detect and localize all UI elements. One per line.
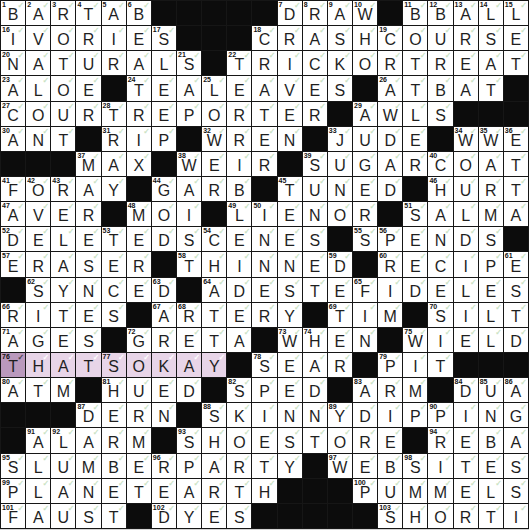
cell-r7-c17[interactable]: ✓R <box>403 152 428 177</box>
cell-r20-c8[interactable]: ✓A <box>177 479 202 504</box>
cell-r18-c11[interactable]: ✓E <box>252 428 277 453</box>
cell-r9-c13[interactable]: ✓N <box>303 202 328 227</box>
cell-r5-c16[interactable]: ✓W <box>378 102 403 127</box>
cell-r4-c12[interactable]: ✓V <box>278 76 303 101</box>
cell-r8-c14[interactable]: ✓N <box>328 177 353 202</box>
cell-r9-c2[interactable]: ✓V <box>26 202 51 227</box>
cell-r12-c16[interactable]: ✓I <box>378 278 403 303</box>
cell-r1-c4[interactable]: 4✓T <box>76 1 101 26</box>
cell-r13-c19[interactable]: ✓I <box>454 303 479 328</box>
cell-r2-c17[interactable]: ✓O <box>403 26 428 51</box>
cell-r5-c3[interactable]: ✓U <box>51 102 76 127</box>
cell-r8-c20[interactable]: ✓R <box>479 177 504 202</box>
cell-r14-c7[interactable]: ✓R <box>152 328 177 353</box>
cell-r11-c19[interactable]: ✓I <box>454 252 479 277</box>
cell-r19-c8[interactable]: ✓P <box>177 454 202 479</box>
cell-r13-c21[interactable]: ✓T <box>504 303 529 328</box>
cell-r9-c18[interactable]: ✓A <box>428 202 453 227</box>
cell-r20-c10[interactable]: ✓T <box>227 479 252 504</box>
cell-r18-c16[interactable]: ✓E <box>378 428 403 453</box>
cell-r12-c6[interactable]: ✓E <box>127 278 152 303</box>
cell-r16-c10[interactable]: 82✓S <box>227 378 252 403</box>
cell-r9-c20[interactable]: ✓M <box>479 202 504 227</box>
cell-r11-c18[interactable]: ✓C <box>428 252 453 277</box>
cell-r6-c16[interactable]: ✓D <box>378 127 403 152</box>
cell-r12-c10[interactable]: ✓D <box>227 278 252 303</box>
cell-r8-c19[interactable]: ✓U <box>454 177 479 202</box>
cell-r1-c14[interactable]: 9✓A <box>328 1 353 26</box>
cell-r13-c9[interactable]: ✓T <box>202 303 227 328</box>
cell-r18-c14[interactable]: ✓O <box>328 428 353 453</box>
cell-r2-c21[interactable]: ✓E <box>504 26 529 51</box>
cell-r13-c2[interactable]: ✓I <box>26 303 51 328</box>
cell-r20-c21[interactable]: ✓S <box>504 479 529 504</box>
cell-r5-c13[interactable]: ✓R <box>303 102 328 127</box>
cell-r12-c12[interactable]: ✓S <box>278 278 303 303</box>
cell-r4-c7[interactable]: ✓E <box>152 76 177 101</box>
cell-r8-c5[interactable]: ✓Y <box>102 177 127 202</box>
cell-r9-c7[interactable]: ✓O <box>152 202 177 227</box>
cell-r9-c12[interactable]: ✓E <box>278 202 303 227</box>
cell-r21-c19[interactable]: ✓R <box>454 504 479 529</box>
cell-r14-c8[interactable]: ✓E <box>177 328 202 353</box>
cell-r2-c7[interactable]: 17✓S <box>152 26 177 51</box>
cell-r11-c6[interactable]: ✓R <box>127 252 152 277</box>
cell-r15-c12[interactable]: ✓E <box>278 353 303 378</box>
cell-r14-c12[interactable]: 73✓W <box>278 328 303 353</box>
cell-r10-c18[interactable]: ✓N <box>428 227 453 252</box>
cell-r4-c8[interactable]: ✓A <box>177 76 202 101</box>
cell-r3-c5[interactable]: ✓R <box>102 51 127 76</box>
cell-r5-c17[interactable]: ✓L <box>403 102 428 127</box>
cell-r8-c18[interactable]: 46✓H <box>428 177 453 202</box>
cell-r16-c15[interactable]: 83✓A <box>353 378 378 403</box>
cell-r15-c8[interactable]: ✓A <box>177 353 202 378</box>
cell-r11-c17[interactable]: ✓E <box>403 252 428 277</box>
cell-r5-c15[interactable]: 29✓A <box>353 102 378 127</box>
cell-r17-c9[interactable]: 88✓S <box>202 403 227 428</box>
cell-r6-c7[interactable]: ✓P <box>152 127 177 152</box>
cell-r6-c12[interactable]: ✓N <box>278 127 303 152</box>
cell-r10-c1[interactable]: 52✓D <box>1 227 26 252</box>
cell-r15-c4[interactable]: ✓T <box>76 353 101 378</box>
cell-r5-c2[interactable]: ✓O <box>26 102 51 127</box>
cell-r21-c2[interactable]: ✓A <box>26 504 51 529</box>
cell-r18-c9[interactable]: ✓H <box>202 428 227 453</box>
cell-r15-c7[interactable]: ✓K <box>152 353 177 378</box>
cell-r13-c3[interactable]: ✓T <box>51 303 76 328</box>
cell-r15-c1[interactable]: 76✓T <box>1 353 26 378</box>
cell-r10-c9[interactable]: 54✓C <box>202 227 227 252</box>
cell-r13-c16[interactable]: ✓M <box>378 303 403 328</box>
cell-r18-c5[interactable]: ✓R <box>102 428 127 453</box>
cell-r17-c20[interactable]: ✓N <box>479 403 504 428</box>
cell-r20-c16[interactable]: ✓U <box>378 479 403 504</box>
cell-r5-c6[interactable]: ✓R <box>127 102 152 127</box>
cell-r4-c1[interactable]: 23✓A <box>1 76 26 101</box>
cell-r2-c2[interactable]: ✓V <box>26 26 51 51</box>
cell-r1-c13[interactable]: 8✓R <box>303 1 328 26</box>
cell-r21-c8[interactable]: ✓Y <box>177 504 202 529</box>
cell-r15-c9[interactable]: ✓Y <box>202 353 227 378</box>
cell-r17-c12[interactable]: ✓N <box>278 403 303 428</box>
cell-r21-c10[interactable]: ✓S <box>227 504 252 529</box>
cell-r20-c19[interactable]: ✓E <box>454 479 479 504</box>
cell-r15-c16[interactable]: 79✓P <box>378 353 403 378</box>
cell-r20-c7[interactable]: ✓E <box>152 479 177 504</box>
cell-r17-c13[interactable]: ✓N <box>303 403 328 428</box>
cell-r21-c17[interactable]: ✓H <box>403 504 428 529</box>
cell-r19-c19[interactable]: ✓T <box>454 454 479 479</box>
cell-r21-c18[interactable]: ✓O <box>428 504 453 529</box>
cell-r11-c9[interactable]: ✓H <box>202 252 227 277</box>
cell-r9-c15[interactable]: ✓R <box>353 202 378 227</box>
cell-r21-c7[interactable]: 102✓D <box>152 504 177 529</box>
cell-r15-c6[interactable]: ✓O <box>127 353 152 378</box>
cell-r18-c15[interactable]: ✓R <box>353 428 378 453</box>
cell-r5-c7[interactable]: ✓E <box>152 102 177 127</box>
cell-r18-c20[interactable]: ✓B <box>479 428 504 453</box>
cell-r16-c11[interactable]: ✓P <box>252 378 277 403</box>
cell-r12-c17[interactable]: ✓D <box>403 278 428 303</box>
cell-r11-c4[interactable]: ✓S <box>76 252 101 277</box>
cell-r7-c5[interactable]: ✓A <box>102 152 127 177</box>
cell-r14-c21[interactable]: ✓D <box>504 328 529 353</box>
cell-r19-c6[interactable]: ✓E <box>127 454 152 479</box>
cell-r3-c10[interactable]: 22✓T <box>227 51 252 76</box>
cell-r5-c5[interactable]: 28✓T <box>102 102 127 127</box>
cell-r16-c17[interactable]: ✓M <box>403 378 428 403</box>
cell-r14-c2[interactable]: ✓G <box>26 328 51 353</box>
cell-r1-c5[interactable]: 5✓A <box>102 1 127 26</box>
cell-r2-c14[interactable]: ✓S <box>328 26 353 51</box>
cell-r3-c7[interactable]: ✓L <box>152 51 177 76</box>
cell-r19-c16[interactable]: ✓B <box>378 454 403 479</box>
cell-r4-c9[interactable]: 25✓L <box>202 76 227 101</box>
cell-r19-c1[interactable]: 95✓S <box>1 454 26 479</box>
cell-r7-c21[interactable]: ✓T <box>504 152 529 177</box>
cell-r2-c1[interactable]: 16✓I <box>1 26 26 51</box>
cell-r14-c18[interactable]: ✓I <box>428 328 453 353</box>
cell-r14-c4[interactable]: ✓S <box>76 328 101 353</box>
cell-r14-c17[interactable]: 75✓W <box>403 328 428 353</box>
cell-r12-c4[interactable]: ✓N <box>76 278 101 303</box>
cell-r11-c2[interactable]: ✓R <box>26 252 51 277</box>
cell-r6-c1[interactable]: 30✓A <box>1 127 26 152</box>
cell-r21-c5[interactable]: ✓T <box>102 504 127 529</box>
cell-r10-c5[interactable]: 53✓T <box>102 227 127 252</box>
cell-r16-c19[interactable]: 84✓D <box>454 378 479 403</box>
cell-r9-c6[interactable]: 48✓M <box>127 202 152 227</box>
cell-r14-c10[interactable]: ✓A <box>227 328 252 353</box>
cell-r17-c21[interactable]: ✓G <box>504 403 529 428</box>
cell-r9-c11[interactable]: 50✓I <box>252 202 277 227</box>
cell-r12-c3[interactable]: ✓Y <box>51 278 76 303</box>
cell-r16-c7[interactable]: ✓E <box>152 378 177 403</box>
cell-r7-c6[interactable]: ✓X <box>127 152 152 177</box>
cell-r12-c7[interactable]: 63✓D <box>152 278 177 303</box>
cell-r20-c1[interactable]: 99✓P <box>1 479 26 504</box>
cell-r2-c20[interactable]: ✓S <box>479 26 504 51</box>
cell-r3-c2[interactable]: ✓A <box>26 51 51 76</box>
cell-r11-c16[interactable]: 60✓R <box>378 252 403 277</box>
cell-r15-c17[interactable]: ✓I <box>403 353 428 378</box>
cell-r10-c7[interactable]: ✓D <box>152 227 177 252</box>
cell-r3-c17[interactable]: ✓T <box>403 51 428 76</box>
cell-r12-c18[interactable]: ✓E <box>428 278 453 303</box>
cell-r4-c11[interactable]: ✓A <box>252 76 277 101</box>
cell-r11-c8[interactable]: 58✓T <box>177 252 202 277</box>
cell-r7-c18[interactable]: 40✓C <box>428 152 453 177</box>
cell-r4-c17[interactable]: ✓T <box>403 76 428 101</box>
cell-r7-c20[interactable]: ✓A <box>479 152 504 177</box>
cell-r5-c9[interactable]: ✓O <box>202 102 227 127</box>
cell-r3-c8[interactable]: 21✓S <box>177 51 202 76</box>
cell-r11-c5[interactable]: ✓E <box>102 252 127 277</box>
cell-r10-c11[interactable]: ✓N <box>252 227 277 252</box>
cell-r10-c16[interactable]: 56✓P <box>378 227 403 252</box>
cell-r9-c21[interactable]: ✓A <box>504 202 529 227</box>
cell-r21-c21[interactable]: ✓I <box>504 504 529 529</box>
cell-r11-c3[interactable]: ✓A <box>51 252 76 277</box>
cell-r11-c21[interactable]: 61✓E <box>504 252 529 277</box>
cell-r17-c14[interactable]: 89✓Y <box>328 403 353 428</box>
cell-r3-c19[interactable]: ✓E <box>454 51 479 76</box>
cell-r18-c6[interactable]: ✓M <box>127 428 152 453</box>
cell-r13-c1[interactable]: 66✓R <box>1 303 26 328</box>
cell-r6-c17[interactable]: ✓E <box>403 127 428 152</box>
cell-r16-c16[interactable]: ✓R <box>378 378 403 403</box>
cell-r5-c8[interactable]: ✓P <box>177 102 202 127</box>
cell-r8-c12[interactable]: 45✓T <box>278 177 303 202</box>
cell-r2-c16[interactable]: 19✓C <box>378 26 403 51</box>
cell-r13-c4[interactable]: ✓E <box>76 303 101 328</box>
cell-r6-c11[interactable]: ✓E <box>252 127 277 152</box>
cell-r2-c4[interactable]: ✓R <box>76 26 101 51</box>
cell-r4-c19[interactable]: ✓A <box>454 76 479 101</box>
cell-r9-c3[interactable]: ✓E <box>51 202 76 227</box>
cell-r15-c18[interactable]: ✓T <box>428 353 453 378</box>
cell-r19-c15[interactable]: ✓E <box>353 454 378 479</box>
cell-r4-c14[interactable]: ✓S <box>328 76 353 101</box>
cell-r13-c14[interactable]: 69✓T <box>328 303 353 328</box>
cell-r18-c3[interactable]: 92✓L <box>51 428 76 453</box>
cell-r21-c9[interactable]: ✓E <box>202 504 227 529</box>
cell-r19-c21[interactable]: ✓S <box>504 454 529 479</box>
cell-r10-c6[interactable]: ✓E <box>127 227 152 252</box>
cell-r9-c10[interactable]: 49✓L <box>227 202 252 227</box>
cell-r12-c20[interactable]: ✓E <box>479 278 504 303</box>
cell-r1-c21[interactable]: 15✓L <box>504 1 529 26</box>
cell-r18-c8[interactable]: 93✓S <box>177 428 202 453</box>
cell-r10-c12[interactable]: ✓E <box>278 227 303 252</box>
cell-r13-c20[interactable]: ✓L <box>479 303 504 328</box>
cell-r9-c8[interactable]: ✓I <box>177 202 202 227</box>
cell-r20-c4[interactable]: ✓N <box>76 479 101 504</box>
cell-r6-c19[interactable]: 34✓W <box>454 127 479 152</box>
cell-r20-c9[interactable]: ✓R <box>202 479 227 504</box>
cell-r19-c12[interactable]: ✓Y <box>278 454 303 479</box>
cell-r12-c13[interactable]: ✓T <box>303 278 328 303</box>
cell-r1-c20[interactable]: 14✓L <box>479 1 504 26</box>
cell-r1-c1[interactable]: 1✓B <box>1 1 26 26</box>
cell-r2-c3[interactable]: ✓O <box>51 26 76 51</box>
cell-r17-c11[interactable]: ✓I <box>252 403 277 428</box>
cell-r2-c6[interactable]: ✓E <box>127 26 152 51</box>
cell-r7-c4[interactable]: 37✓M <box>76 152 101 177</box>
cell-r15-c13[interactable]: ✓A <box>303 353 328 378</box>
cell-r16-c20[interactable]: 85✓U <box>479 378 504 403</box>
cell-r19-c9[interactable]: ✓A <box>202 454 227 479</box>
cell-r16-c6[interactable]: ✓U <box>127 378 152 403</box>
cell-r1-c15[interactable]: 10✓W <box>353 1 378 26</box>
cell-r1-c6[interactable]: 6✓B <box>127 1 152 26</box>
cell-r10-c10[interactable]: ✓E <box>227 227 252 252</box>
cell-r1-c2[interactable]: 2✓A <box>26 1 51 26</box>
cell-r4-c6[interactable]: 24✓T <box>127 76 152 101</box>
cell-r19-c7[interactable]: 96✓R <box>152 454 177 479</box>
cell-r5-c1[interactable]: 27✓C <box>1 102 26 127</box>
cell-r10-c2[interactable]: ✓E <box>26 227 51 252</box>
cell-r19-c3[interactable]: ✓U <box>51 454 76 479</box>
cell-r17-c18[interactable]: 90✓P <box>428 403 453 428</box>
cell-r7-c11[interactable]: ✓R <box>252 152 277 177</box>
cell-r11-c1[interactable]: 57✓E <box>1 252 26 277</box>
cell-r20-c20[interactable]: ✓L <box>479 479 504 504</box>
cell-r20-c2[interactable]: ✓L <box>26 479 51 504</box>
cell-r16-c12[interactable]: ✓E <box>278 378 303 403</box>
cell-r8-c3[interactable]: 43✓R <box>51 177 76 202</box>
cell-r6-c21[interactable]: 36✓E <box>504 127 529 152</box>
cell-r18-c18[interactable]: 94✓R <box>428 428 453 453</box>
cell-r3-c6[interactable]: ✓A <box>127 51 152 76</box>
cell-r3-c16[interactable]: ✓R <box>378 51 403 76</box>
cell-r14-c3[interactable]: ✓E <box>51 328 76 353</box>
cell-r17-c17[interactable]: ✓P <box>403 403 428 428</box>
cell-r12-c11[interactable]: ✓E <box>252 278 277 303</box>
cell-r8-c10[interactable]: ✓B <box>227 177 252 202</box>
cell-r13-c5[interactable]: ✓S <box>102 303 127 328</box>
cell-r20-c6[interactable]: ✓T <box>127 479 152 504</box>
cell-r14-c20[interactable]: ✓L <box>479 328 504 353</box>
cell-r5-c11[interactable]: ✓T <box>252 102 277 127</box>
cell-r12-c5[interactable]: ✓C <box>102 278 127 303</box>
cell-r8-c7[interactable]: 44✓G <box>152 177 177 202</box>
cell-r8-c21[interactable]: ✓T <box>504 177 529 202</box>
cell-r13-c7[interactable]: 67✓A <box>152 303 177 328</box>
cell-r10-c20[interactable]: ✓S <box>479 227 504 252</box>
cell-r13-c11[interactable]: ✓R <box>252 303 277 328</box>
cell-r4-c13[interactable]: ✓E <box>303 76 328 101</box>
cell-r21-c4[interactable]: ✓S <box>76 504 101 529</box>
cell-r2-c19[interactable]: ✓R <box>454 26 479 51</box>
cell-r8-c9[interactable]: ✓R <box>202 177 227 202</box>
cell-r6-c10[interactable]: ✓R <box>227 127 252 152</box>
cell-r10-c19[interactable]: ✓D <box>454 227 479 252</box>
cell-r19-c11[interactable]: ✓T <box>252 454 277 479</box>
cell-r17-c15[interactable]: ✓D <box>353 403 378 428</box>
cell-r20-c5[interactable]: ✓E <box>102 479 127 504</box>
cell-r15-c3[interactable]: ✓A <box>51 353 76 378</box>
cell-r4-c20[interactable]: ✓T <box>479 76 504 101</box>
cell-r10-c17[interactable]: ✓E <box>403 227 428 252</box>
cell-r7-c15[interactable]: ✓G <box>353 152 378 177</box>
cell-r10-c13[interactable]: ✓S <box>303 227 328 252</box>
cell-r20-c15[interactable]: 100✓P <box>353 479 378 504</box>
cell-r2-c18[interactable]: ✓U <box>428 26 453 51</box>
cell-r16-c5[interactable]: 81✓H <box>102 378 127 403</box>
cell-r13-c15[interactable]: ✓I <box>353 303 378 328</box>
cell-r6-c6[interactable]: ✓I <box>127 127 152 152</box>
cell-r14-c19[interactable]: ✓E <box>454 328 479 353</box>
cell-r20-c17[interactable]: ✓M <box>403 479 428 504</box>
cell-r19-c10[interactable]: ✓R <box>227 454 252 479</box>
cell-r2-c5[interactable]: ✓I <box>102 26 127 51</box>
cell-r8-c16[interactable]: ✓D <box>378 177 403 202</box>
cell-r14-c6[interactable]: 72✓G <box>127 328 152 353</box>
cell-r19-c2[interactable]: ✓L <box>26 454 51 479</box>
cell-r8-c8[interactable]: ✓A <box>177 177 202 202</box>
cell-r3-c13[interactable]: ✓C <box>303 51 328 76</box>
cell-r6-c20[interactable]: 35✓W <box>479 127 504 152</box>
cell-r2-c11[interactable]: 18✓C <box>252 26 277 51</box>
cell-r4-c16[interactable]: 26✓A <box>378 76 403 101</box>
cell-r9-c17[interactable]: 51✓S <box>403 202 428 227</box>
cell-r13-c18[interactable]: 70✓S <box>428 303 453 328</box>
cell-r3-c12[interactable]: ✓I <box>278 51 303 76</box>
cell-r12-c21[interactable]: ✓S <box>504 278 529 303</box>
cell-r14-c14[interactable]: ✓E <box>328 328 353 353</box>
cell-r3-c15[interactable]: ✓O <box>353 51 378 76</box>
cell-r4-c18[interactable]: ✓B <box>428 76 453 101</box>
cell-r11-c14[interactable]: 59✓D <box>328 252 353 277</box>
cell-r8-c4[interactable]: ✓A <box>76 177 101 202</box>
cell-r3-c11[interactable]: ✓R <box>252 51 277 76</box>
cell-r12-c2[interactable]: 62✓S <box>26 278 51 303</box>
cell-r3-c20[interactable]: ✓A <box>479 51 504 76</box>
cell-r19-c17[interactable]: 98✓S <box>403 454 428 479</box>
cell-r21-c1[interactable]: 101✓F <box>1 504 26 529</box>
cell-r3-c4[interactable]: ✓U <box>76 51 101 76</box>
cell-r2-c15[interactable]: ✓H <box>353 26 378 51</box>
cell-r6-c9[interactable]: 32✓W <box>202 127 227 152</box>
cell-r20-c3[interactable]: ✓A <box>51 479 76 504</box>
cell-r1-c3[interactable]: 3✓R <box>51 1 76 26</box>
cell-r18-c13[interactable]: ✓T <box>303 428 328 453</box>
cell-r17-c7[interactable]: ✓N <box>152 403 177 428</box>
cell-r16-c13[interactable]: ✓D <box>303 378 328 403</box>
cell-r3-c21[interactable]: ✓T <box>504 51 529 76</box>
cell-r7-c13[interactable]: 39✓S <box>303 152 328 177</box>
cell-r11-c20[interactable]: ✓P <box>479 252 504 277</box>
cell-r4-c10[interactable]: ✓E <box>227 76 252 101</box>
cell-r17-c10[interactable]: ✓K <box>227 403 252 428</box>
cell-r17-c5[interactable]: ✓E <box>102 403 127 428</box>
cell-r18-c21[interactable]: ✓A <box>504 428 529 453</box>
cell-r19-c4[interactable]: ✓M <box>76 454 101 479</box>
cell-r10-c4[interactable]: ✓E <box>76 227 101 252</box>
cell-r17-c6[interactable]: ✓R <box>127 403 152 428</box>
cell-r1-c12[interactable]: 7✓D <box>278 1 303 26</box>
cell-r10-c3[interactable]: ✓L <box>51 227 76 252</box>
cell-r7-c8[interactable]: 38✓W <box>177 152 202 177</box>
cell-r18-c12[interactable]: ✓S <box>278 428 303 453</box>
cell-r6-c14[interactable]: 33✓J <box>328 127 353 152</box>
cell-r5-c10[interactable]: ✓R <box>227 102 252 127</box>
cell-r1-c18[interactable]: 12✓B <box>428 1 453 26</box>
cell-r13-c12[interactable]: ✓Y <box>278 303 303 328</box>
cell-r5-c18[interactable]: ✓S <box>428 102 453 127</box>
